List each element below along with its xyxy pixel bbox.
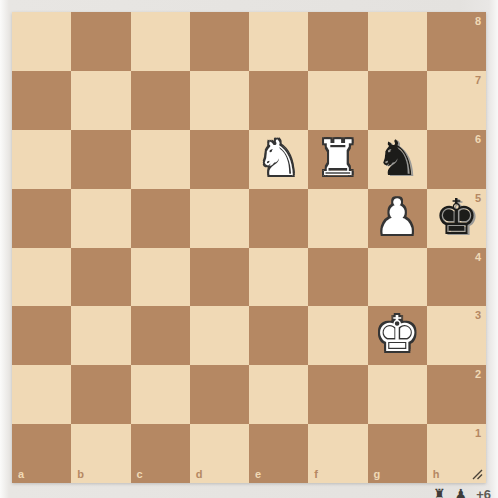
square-c6[interactable] (131, 130, 190, 189)
piece-white-knight[interactable]: ♞ (257, 134, 301, 183)
file-label-e: e (255, 468, 261, 480)
rank-label-7: 7 (475, 74, 481, 86)
piece-white-pawn[interactable]: ♟ (375, 193, 419, 242)
square-c4[interactable] (131, 248, 190, 307)
square-b4[interactable] (71, 248, 130, 307)
square-a5[interactable] (12, 189, 71, 248)
square-b5[interactable] (71, 189, 130, 248)
square-d4[interactable] (190, 248, 249, 307)
rank-label-4: 4 (475, 251, 481, 263)
square-f7[interactable] (308, 71, 367, 130)
square-h1[interactable]: 1h (427, 424, 486, 483)
file-label-h: h (433, 468, 440, 480)
square-e8[interactable] (249, 12, 308, 71)
material-tray: ♜ ♟ +6 (433, 487, 491, 498)
square-e1[interactable]: e (249, 424, 308, 483)
square-h4[interactable]: 4 (427, 248, 486, 307)
board-resize-handle-icon[interactable] (471, 468, 483, 480)
square-a8[interactable] (12, 12, 71, 71)
square-d5[interactable] (190, 189, 249, 248)
rank-label-3: 3 (475, 309, 481, 321)
square-e3[interactable] (249, 306, 308, 365)
square-e6[interactable]: ♞ (249, 130, 308, 189)
file-label-g: g (374, 468, 381, 480)
square-e5[interactable] (249, 189, 308, 248)
file-label-a: a (18, 468, 24, 480)
square-h6[interactable]: 6 (427, 130, 486, 189)
piece-black-knight[interactable]: ♞ (375, 134, 419, 183)
square-f6[interactable]: ♜ (308, 130, 367, 189)
square-b3[interactable] (71, 306, 130, 365)
rank-label-1: 1 (475, 427, 481, 439)
square-f5[interactable] (308, 189, 367, 248)
square-g1[interactable]: g (368, 424, 427, 483)
square-f3[interactable] (308, 306, 367, 365)
square-a3[interactable] (12, 306, 71, 365)
square-g3[interactable]: ♚ (368, 306, 427, 365)
file-label-c: c (137, 468, 143, 480)
square-b6[interactable] (71, 130, 130, 189)
material-advantage-label: +6 (476, 487, 491, 498)
square-c3[interactable] (131, 306, 190, 365)
square-g4[interactable] (368, 248, 427, 307)
square-a1[interactable]: a (12, 424, 71, 483)
square-c8[interactable] (131, 12, 190, 71)
file-label-f: f (314, 468, 318, 480)
rank-label-5: 5 (475, 192, 481, 204)
chess-board: 87♞♜♞6♟♚54♚32abcdefg1h (12, 12, 486, 483)
piece-black-king[interactable]: ♚ (434, 193, 478, 242)
square-b7[interactable] (71, 71, 130, 130)
square-a6[interactable] (12, 130, 71, 189)
square-e7[interactable] (249, 71, 308, 130)
square-d1[interactable]: d (190, 424, 249, 483)
square-d7[interactable] (190, 71, 249, 130)
square-f1[interactable]: f (308, 424, 367, 483)
square-g8[interactable] (368, 12, 427, 71)
square-b8[interactable] (71, 12, 130, 71)
square-h8[interactable]: 8 (427, 12, 486, 71)
square-f8[interactable] (308, 12, 367, 71)
rank-label-8: 8 (475, 15, 481, 27)
square-b2[interactable] (71, 365, 130, 424)
square-c5[interactable] (131, 189, 190, 248)
square-a2[interactable] (12, 365, 71, 424)
file-label-b: b (77, 468, 84, 480)
square-d2[interactable] (190, 365, 249, 424)
rank-label-6: 6 (475, 133, 481, 145)
square-f4[interactable] (308, 248, 367, 307)
square-d6[interactable] (190, 130, 249, 189)
piece-white-king[interactable]: ♚ (375, 310, 419, 359)
square-c2[interactable] (131, 365, 190, 424)
square-f2[interactable] (308, 365, 367, 424)
square-g7[interactable] (368, 71, 427, 130)
rank-label-2: 2 (475, 368, 481, 380)
square-b1[interactable]: b (71, 424, 130, 483)
captured-rook-icon: ♜ (433, 487, 446, 498)
captured-pawn-icon: ♟ (455, 487, 468, 498)
square-g6[interactable]: ♞ (368, 130, 427, 189)
square-c1[interactable]: c (131, 424, 190, 483)
square-d8[interactable] (190, 12, 249, 71)
square-h3[interactable]: 3 (427, 306, 486, 365)
square-g2[interactable] (368, 365, 427, 424)
square-d3[interactable] (190, 306, 249, 365)
square-e4[interactable] (249, 248, 308, 307)
square-h2[interactable]: 2 (427, 365, 486, 424)
square-e2[interactable] (249, 365, 308, 424)
square-a4[interactable] (12, 248, 71, 307)
piece-white-rook[interactable]: ♜ (316, 134, 360, 183)
square-g5[interactable]: ♟ (368, 189, 427, 248)
square-a7[interactable] (12, 71, 71, 130)
square-h7[interactable]: 7 (427, 71, 486, 130)
file-label-d: d (196, 468, 203, 480)
square-h5[interactable]: ♚5 (427, 189, 486, 248)
square-c7[interactable] (131, 71, 190, 130)
